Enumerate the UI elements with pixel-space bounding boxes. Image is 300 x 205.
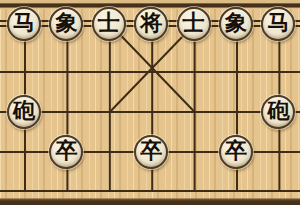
piece-glyph: 士 bbox=[98, 12, 120, 34]
piece-glyph: 卒 bbox=[140, 140, 162, 162]
piece-black-advisor[interactable]: 士 bbox=[92, 7, 126, 41]
piece-black-cannon[interactable]: 砲 bbox=[7, 95, 41, 129]
piece-glyph: 马 bbox=[267, 12, 289, 34]
piece-black-advisor[interactable]: 士 bbox=[177, 7, 211, 41]
piece-black-general[interactable]: 将 bbox=[134, 7, 168, 41]
piece-glyph: 象 bbox=[55, 12, 77, 34]
piece-glyph: 砲 bbox=[267, 100, 289, 122]
piece-glyph: 士 bbox=[183, 12, 205, 34]
piece-black-horse[interactable]: 马 bbox=[7, 7, 41, 41]
piece-black-soldier[interactable]: 卒 bbox=[219, 135, 253, 169]
piece-glyph: 马 bbox=[13, 12, 35, 34]
piece-black-elephant[interactable]: 象 bbox=[219, 7, 253, 41]
piece-glyph: 砲 bbox=[13, 100, 35, 122]
board-bottom-edge bbox=[0, 198, 300, 205]
piece-black-soldier[interactable]: 卒 bbox=[134, 135, 168, 169]
piece-glyph: 象 bbox=[225, 12, 247, 34]
piece-glyph: 卒 bbox=[55, 140, 77, 162]
piece-glyph: 将 bbox=[140, 12, 162, 34]
piece-glyph: 卒 bbox=[225, 140, 247, 162]
xiangqi-board[interactable]: 马象士将士象马砲砲卒卒卒 bbox=[0, 0, 300, 205]
